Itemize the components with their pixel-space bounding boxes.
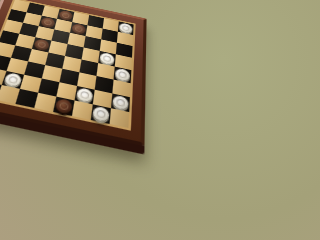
piece-ring <box>8 76 18 84</box>
checker-piece-dark[interactable] <box>55 98 74 115</box>
piece-ring <box>118 71 126 79</box>
board-scene <box>0 0 140 140</box>
board-square-f8[interactable] <box>72 100 93 120</box>
piece-ring <box>96 109 105 118</box>
piece-ring <box>80 91 89 100</box>
checkers-board <box>0 0 136 131</box>
board-square-g8[interactable] <box>91 104 111 124</box>
piece-ring <box>59 102 69 111</box>
piece-ring <box>62 12 70 18</box>
piece-ring <box>103 55 111 62</box>
piece-ring <box>116 98 125 107</box>
table-surface <box>0 0 140 140</box>
piece-ring <box>37 41 46 48</box>
piece-ring <box>122 25 129 31</box>
board-square-h8[interactable] <box>110 108 130 128</box>
piece-ring <box>44 19 53 25</box>
checker-piece-white[interactable] <box>92 106 110 123</box>
piece-ring <box>75 26 83 33</box>
board-frame <box>0 0 140 140</box>
